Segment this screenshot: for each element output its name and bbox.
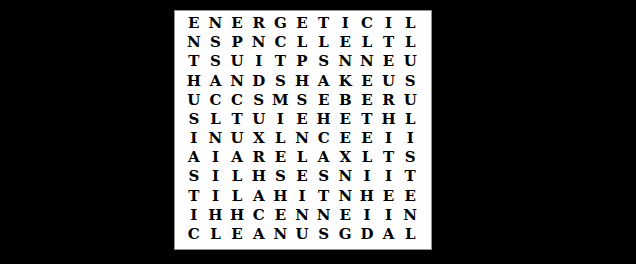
grid-cell-r11c9[interactable]: I [356,206,378,225]
grid-cell-r11c5[interactable]: E [270,206,292,225]
grid-cell-r8c5[interactable]: E [270,148,292,167]
grid-cell-r7c10[interactable]: I [378,129,400,148]
grid-cell-r5c10[interactable]: R [378,91,400,110]
grid-cell-r11c11[interactable]: N [399,206,421,225]
grid-cell-r2c2[interactable]: S [205,33,227,52]
grid-cell-r11c2[interactable]: H [205,206,227,225]
grid-cell-r7c6[interactable]: N [291,129,313,148]
grid-cell-r8c1[interactable]: A [183,148,205,167]
grid-cell-r12c4[interactable]: A [248,225,270,244]
grid-cell-r12c9[interactable]: D [356,225,378,244]
grid-cell-r9c11[interactable]: T [399,167,421,186]
grid-cell-r12c11[interactable]: L [399,225,421,244]
grid-cell-r1c11[interactable]: L [399,14,421,33]
grid-cell-r6c4[interactable]: U [248,110,270,129]
grid-cell-r11c6[interactable]: N [291,206,313,225]
grid-cell-r2c4[interactable]: N [248,33,270,52]
grid-cell-r8c11[interactable]: S [399,148,421,167]
grid-cell-r4c2[interactable]: A [205,71,227,90]
grid-cell-r2c7[interactable]: L [313,33,335,52]
grid-cell-r6c9[interactable]: T [356,110,378,129]
grid-cell-r1c2[interactable]: N [205,14,227,33]
grid-cell-r5c2[interactable]: C [205,91,227,110]
grid-cell-r10c2[interactable]: I [205,186,227,205]
grid-cell-r4c4[interactable]: D [248,71,270,90]
grid-cell-r10c5[interactable]: H [270,186,292,205]
grid-cell-r12c5[interactable]: N [270,225,292,244]
grid-cell-r3c3[interactable]: U [226,52,248,71]
grid-cell-r5c7[interactable]: E [313,91,335,110]
grid-cell-r8c8[interactable]: X [334,148,356,167]
grid-cell-r4c11[interactable]: S [399,71,421,90]
grid-cell-r3c8[interactable]: N [334,52,356,71]
grid-cell-r3c1[interactable]: T [183,52,205,71]
grid-cell-r5c11[interactable]: U [399,91,421,110]
grid-cell-r9c1[interactable]: S [183,167,205,186]
grid-cell-r6c6[interactable]: E [291,110,313,129]
grid-cell-r7c7[interactable]: C [313,129,335,148]
grid-cell-r4c8[interactable]: K [334,71,356,90]
grid-cell-r4c10[interactable]: U [378,71,400,90]
grid-cell-r2c1[interactable]: N [183,33,205,52]
grid-cell-r9c5[interactable]: S [270,167,292,186]
grid-cell-r1c5[interactable]: G [270,14,292,33]
grid-cell-r10c11[interactable]: E [399,186,421,205]
grid-cell-r5c1[interactable]: U [183,91,205,110]
grid-cell-r11c4[interactable]: C [248,206,270,225]
grid-cell-r8c6[interactable]: L [291,148,313,167]
grid-cell-r8c7[interactable]: A [313,148,335,167]
grid-cell-r1c6[interactable]: E [291,14,313,33]
word-search-board: ENERGETICILNSPNCLLELTLTSUITPSNNEUHANDSHA… [174,10,432,250]
grid-cell-r7c3[interactable]: U [226,129,248,148]
grid-cell-r1c9[interactable]: C [356,14,378,33]
grid-cell-r7c1[interactable]: I [183,129,205,148]
grid-cell-r5c9[interactable]: E [356,91,378,110]
grid-cell-r6c1[interactable]: S [183,110,205,129]
grid-cell-r10c4[interactable]: A [248,186,270,205]
grid-cell-r10c7[interactable]: T [313,186,335,205]
grid-cell-r7c8[interactable]: E [334,129,356,148]
grid-cell-r7c11[interactable]: I [399,129,421,148]
grid-cell-r7c9[interactable]: E [356,129,378,148]
grid-cell-r6c8[interactable]: E [334,110,356,129]
grid-cell-r8c2[interactable]: I [205,148,227,167]
grid-cell-r2c5[interactable]: C [270,33,292,52]
grid-cell-r8c3[interactable]: A [226,148,248,167]
grid-cell-r3c7[interactable]: S [313,52,335,71]
grid-cell-r9c6[interactable]: E [291,167,313,186]
grid-cell-r1c10[interactable]: I [378,14,400,33]
grid-cell-r4c5[interactable]: S [270,71,292,90]
grid-cell-r3c5[interactable]: T [270,52,292,71]
grid-cell-r3c9[interactable]: N [356,52,378,71]
grid-cell-r11c8[interactable]: E [334,206,356,225]
grid-cell-r10c3[interactable]: L [226,186,248,205]
grid-cell-r3c11[interactable]: U [399,52,421,71]
grid-cell-r11c10[interactable]: I [378,206,400,225]
grid-cell-r12c1[interactable]: C [183,225,205,244]
grid-cell-r1c1[interactable]: E [183,14,205,33]
grid-cell-r4c3[interactable]: N [226,71,248,90]
grid-cell-r4c6[interactable]: H [291,71,313,90]
grid-cell-r6c5[interactable]: I [270,110,292,129]
grid-cell-r12c6[interactable]: U [291,225,313,244]
grid-cell-r3c4[interactable]: I [248,52,270,71]
grid-cell-r9c4[interactable]: H [248,167,270,186]
grid-cell-r3c10[interactable]: E [378,52,400,71]
grid-cell-r8c9[interactable]: L [356,148,378,167]
grid-cell-r5c4[interactable]: S [248,91,270,110]
grid-cell-r9c8[interactable]: N [334,167,356,186]
grid-cell-r7c5[interactable]: L [270,129,292,148]
grid-cell-r6c3[interactable]: T [226,110,248,129]
grid-cell-r9c9[interactable]: I [356,167,378,186]
grid-cell-r5c3[interactable]: C [226,91,248,110]
grid-cell-r1c7[interactable]: T [313,14,335,33]
grid-cell-r12c8[interactable]: G [334,225,356,244]
grid-cell-r7c2[interactable]: N [205,129,227,148]
grid-cell-r1c4[interactable]: R [248,14,270,33]
grid-cell-r2c3[interactable]: P [226,33,248,52]
grid-cell-r4c1[interactable]: H [183,71,205,90]
grid-cell-r5c6[interactable]: S [291,91,313,110]
grid-cell-r10c8[interactable]: N [334,186,356,205]
grid-cell-r11c1[interactable]: I [183,206,205,225]
grid-cell-r6c10[interactable]: H [378,110,400,129]
grid-cell-r8c10[interactable]: T [378,148,400,167]
grid-cell-r9c3[interactable]: L [226,167,248,186]
grid-cell-r10c9[interactable]: H [356,186,378,205]
grid-cell-r5c5[interactable]: M [270,91,292,110]
screenshot-stage: ENERGETICILNSPNCLLELTLTSUITPSNNEUHANDSHA… [0,0,636,264]
grid-cell-r2c8[interactable]: E [334,33,356,52]
grid-cell-r6c7[interactable]: H [313,110,335,129]
grid-cell-r2c6[interactable]: L [291,33,313,52]
grid-cell-r2c9[interactable]: L [356,33,378,52]
grid-cell-r9c7[interactable]: S [313,167,335,186]
grid-cell-r10c1[interactable]: T [183,186,205,205]
grid-cell-r1c8[interactable]: I [334,14,356,33]
grid-cell-r4c9[interactable]: E [356,71,378,90]
grid-cell-r6c11[interactable]: L [399,110,421,129]
grid-cell-r12c7[interactable]: S [313,225,335,244]
grid-cell-r10c10[interactable]: E [378,186,400,205]
grid-cell-r6c2[interactable]: L [205,110,227,129]
grid-cell-r2c10[interactable]: T [378,33,400,52]
grid-cell-r8c4[interactable]: R [248,148,270,167]
grid-cell-r5c8[interactable]: B [334,91,356,110]
grid-cell-r3c6[interactable]: P [291,52,313,71]
grid-cell-r9c2[interactable]: I [205,167,227,186]
grid-cell-r7c4[interactable]: X [248,129,270,148]
grid-cell-r4c7[interactable]: A [313,71,335,90]
grid-cell-r10c6[interactable]: I [291,186,313,205]
grid-cell-r12c3[interactable]: E [226,225,248,244]
grid-cell-r12c10[interactable]: A [378,225,400,244]
grid-cell-r2c11[interactable]: L [399,33,421,52]
grid-cell-r9c10[interactable]: I [378,167,400,186]
grid-cell-r11c7[interactable]: N [313,206,335,225]
grid-cell-r1c3[interactable]: E [226,14,248,33]
grid-cell-r12c2[interactable]: L [205,225,227,244]
grid-cell-r11c3[interactable]: H [226,206,248,225]
grid-cell-r3c2[interactable]: S [205,52,227,71]
